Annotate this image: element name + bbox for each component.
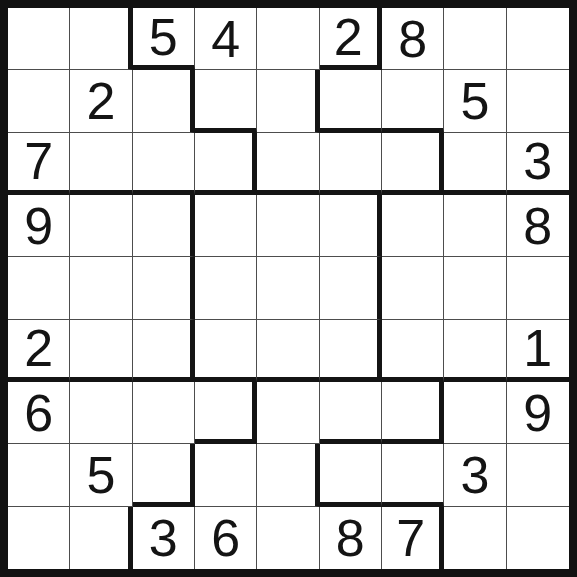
cell-r8c7[interactable] [382,444,444,506]
cell-r4c2[interactable] [70,195,132,257]
cell-r7c6[interactable] [320,382,382,444]
cell-r6c8[interactable] [444,320,506,382]
cell-r3c4[interactable] [195,133,257,195]
cell-r7c7[interactable] [382,382,444,444]
cell-r3c2[interactable] [70,133,132,195]
cell-r4c3[interactable] [133,195,195,257]
given-digit-r9c3[interactable]: 3 [133,507,195,569]
given-digit-r7c9[interactable]: 9 [507,382,569,444]
cell-r6c6[interactable] [320,320,382,382]
cell-r4c6[interactable] [320,195,382,257]
cell-r5c9[interactable] [507,257,569,319]
given-digit-r8c2[interactable]: 5 [70,444,132,506]
cell-r1c2[interactable] [70,8,132,70]
cell-r8c1[interactable] [8,444,70,506]
cell-r3c8[interactable] [444,133,506,195]
given-digit-r2c2[interactable]: 2 [70,70,132,132]
given-digit-r2c8[interactable]: 5 [444,70,506,132]
cell-r5c1[interactable] [8,257,70,319]
cell-r2c4[interactable] [195,70,257,132]
cell-r8c4[interactable] [195,444,257,506]
cell-r1c8[interactable] [444,8,506,70]
cell-r9c9[interactable] [507,507,569,569]
cell-r4c7[interactable] [382,195,444,257]
cell-r4c5[interactable] [257,195,319,257]
given-digit-r3c9[interactable]: 3 [507,133,569,195]
cell-r2c6[interactable] [320,70,382,132]
given-digit-r4c1[interactable]: 9 [8,195,70,257]
cell-r5c3[interactable] [133,257,195,319]
given-digit-r9c4[interactable]: 6 [195,507,257,569]
cell-r1c9[interactable] [507,8,569,70]
cell-r7c4[interactable] [195,382,257,444]
cell-r6c2[interactable] [70,320,132,382]
sudoku-board: 54282573982169533687 [0,0,577,577]
cell-r4c4[interactable] [195,195,257,257]
cell-r6c5[interactable] [257,320,319,382]
cell-r1c1[interactable] [8,8,70,70]
cell-r2c1[interactable] [8,70,70,132]
given-digit-r4c9[interactable]: 8 [507,195,569,257]
cell-r7c2[interactable] [70,382,132,444]
cell-r8c6[interactable] [320,444,382,506]
cell-r9c8[interactable] [444,507,506,569]
given-digit-r6c9[interactable]: 1 [507,320,569,382]
cell-r5c5[interactable] [257,257,319,319]
given-digit-r3c1[interactable]: 7 [8,133,70,195]
cell-r8c3[interactable] [133,444,195,506]
given-digit-r9c7[interactable]: 7 [382,507,444,569]
cell-r7c3[interactable] [133,382,195,444]
cell-r5c7[interactable] [382,257,444,319]
cell-r2c3[interactable] [133,70,195,132]
cell-r6c4[interactable] [195,320,257,382]
given-digit-r1c4[interactable]: 4 [195,8,257,70]
cell-r2c5[interactable] [257,70,319,132]
cell-r5c6[interactable] [320,257,382,319]
cell-r5c2[interactable] [70,257,132,319]
cell-r3c3[interactable] [133,133,195,195]
given-digit-r1c3[interactable]: 5 [133,8,195,70]
given-digit-r9c6[interactable]: 8 [320,507,382,569]
cell-r6c7[interactable] [382,320,444,382]
cell-r8c5[interactable] [257,444,319,506]
cell-r2c9[interactable] [507,70,569,132]
given-digit-r8c8[interactable]: 3 [444,444,506,506]
cell-r2c7[interactable] [382,70,444,132]
cell-r5c8[interactable] [444,257,506,319]
cell-r5c4[interactable] [195,257,257,319]
cell-r9c5[interactable] [257,507,319,569]
cell-r9c2[interactable] [70,507,132,569]
given-digit-r7c1[interactable]: 6 [8,382,70,444]
cell-r7c8[interactable] [444,382,506,444]
given-digit-r1c7[interactable]: 8 [382,8,444,70]
sudoku-grid: 54282573982169533687 [8,8,569,569]
cell-r3c5[interactable] [257,133,319,195]
given-digit-r1c6[interactable]: 2 [320,8,382,70]
cell-r9c1[interactable] [8,507,70,569]
cell-r4c8[interactable] [444,195,506,257]
cell-r1c5[interactable] [257,8,319,70]
cell-r8c9[interactable] [507,444,569,506]
cell-r7c5[interactable] [257,382,319,444]
cell-r6c3[interactable] [133,320,195,382]
given-digit-r6c1[interactable]: 2 [8,320,70,382]
cell-r3c6[interactable] [320,133,382,195]
cell-r3c7[interactable] [382,133,444,195]
